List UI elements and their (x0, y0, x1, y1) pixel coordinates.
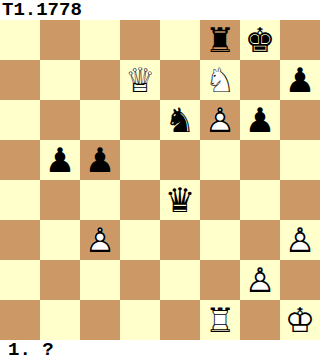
square-b2[interactable] (40, 260, 80, 300)
square-d5[interactable] (120, 140, 160, 180)
piece-black-pawn-c5[interactable]: ♟ (80, 140, 120, 180)
square-f5[interactable] (200, 140, 240, 180)
piece-outline: ♙ (80, 220, 120, 260)
move-prompt: 1. ? (0, 340, 320, 360)
square-b7[interactable] (40, 60, 80, 100)
square-e4[interactable]: ♛ (160, 180, 200, 220)
square-c8[interactable] (80, 20, 120, 60)
square-g6[interactable]: ♟ (240, 100, 280, 140)
square-a1[interactable] (0, 300, 40, 340)
piece-outline: ♙ (280, 220, 320, 260)
square-g3[interactable] (240, 220, 280, 260)
square-c4[interactable] (80, 180, 120, 220)
piece-outline: ♔ (280, 300, 320, 340)
square-b8[interactable] (40, 20, 80, 60)
piece-white-pawn-f6[interactable]: ♟♙ (200, 100, 240, 140)
square-f4[interactable] (200, 180, 240, 220)
square-a7[interactable] (0, 60, 40, 100)
square-e8[interactable] (160, 20, 200, 60)
square-h4[interactable] (280, 180, 320, 220)
square-f3[interactable] (200, 220, 240, 260)
chess-puzzle-page: T1.1778 ♜♚♛♕♞♘♟♞♟♙♟♟♟♛♟♙♟♙♟♙♜♖♚♔ 1. ? (0, 0, 320, 360)
piece-black-rook-f8[interactable]: ♜ (200, 20, 240, 60)
square-h7[interactable]: ♟ (280, 60, 320, 100)
square-d3[interactable] (120, 220, 160, 260)
square-b5[interactable]: ♟ (40, 140, 80, 180)
piece-white-pawn-h3[interactable]: ♟♙ (280, 220, 320, 260)
square-f8[interactable]: ♜ (200, 20, 240, 60)
square-a5[interactable] (0, 140, 40, 180)
square-a3[interactable] (0, 220, 40, 260)
square-d7[interactable]: ♛♕ (120, 60, 160, 100)
square-h1[interactable]: ♚♔ (280, 300, 320, 340)
square-e6[interactable]: ♞ (160, 100, 200, 140)
piece-outline: ♙ (240, 260, 280, 300)
square-c5[interactable]: ♟ (80, 140, 120, 180)
piece-white-pawn-c3[interactable]: ♟♙ (80, 220, 120, 260)
square-d6[interactable] (120, 100, 160, 140)
piece-outline: ♖ (200, 300, 240, 340)
piece-outline: ♙ (200, 100, 240, 140)
square-h5[interactable] (280, 140, 320, 180)
piece-black-pawn-g6[interactable]: ♟ (240, 100, 280, 140)
piece-white-pawn-g2[interactable]: ♟♙ (240, 260, 280, 300)
square-g4[interactable] (240, 180, 280, 220)
piece-black-king-g8[interactable]: ♚ (240, 20, 280, 60)
square-e3[interactable] (160, 220, 200, 260)
square-g1[interactable] (240, 300, 280, 340)
piece-black-knight-e6[interactable]: ♞ (160, 100, 200, 140)
piece-white-queen-d7[interactable]: ♛♕ (120, 60, 160, 100)
square-d4[interactable] (120, 180, 160, 220)
square-b1[interactable] (40, 300, 80, 340)
square-a8[interactable] (0, 20, 40, 60)
chess-board: ♜♚♛♕♞♘♟♞♟♙♟♟♟♛♟♙♟♙♟♙♜♖♚♔ (0, 20, 320, 340)
square-c6[interactable] (80, 100, 120, 140)
square-d8[interactable] (120, 20, 160, 60)
square-b3[interactable] (40, 220, 80, 260)
square-a2[interactable] (0, 260, 40, 300)
square-e7[interactable] (160, 60, 200, 100)
square-f6[interactable]: ♟♙ (200, 100, 240, 140)
piece-black-queen-e4[interactable]: ♛ (160, 180, 200, 220)
square-c7[interactable] (80, 60, 120, 100)
piece-white-knight-f7[interactable]: ♞♘ (200, 60, 240, 100)
square-a4[interactable] (0, 180, 40, 220)
square-h3[interactable]: ♟♙ (280, 220, 320, 260)
piece-black-pawn-b5[interactable]: ♟ (40, 140, 80, 180)
square-g5[interactable] (240, 140, 280, 180)
piece-outline: ♘ (200, 60, 240, 100)
piece-white-king-h1[interactable]: ♚♔ (280, 300, 320, 340)
square-g2[interactable]: ♟♙ (240, 260, 280, 300)
square-b4[interactable] (40, 180, 80, 220)
square-e2[interactable] (160, 260, 200, 300)
puzzle-title: T1.1778 (0, 0, 320, 20)
square-d1[interactable] (120, 300, 160, 340)
square-c2[interactable] (80, 260, 120, 300)
square-f7[interactable]: ♞♘ (200, 60, 240, 100)
square-f1[interactable]: ♜♖ (200, 300, 240, 340)
square-a6[interactable] (0, 100, 40, 140)
square-e1[interactable] (160, 300, 200, 340)
square-g8[interactable]: ♚ (240, 20, 280, 60)
square-e5[interactable] (160, 140, 200, 180)
square-b6[interactable] (40, 100, 80, 140)
square-c3[interactable]: ♟♙ (80, 220, 120, 260)
piece-outline: ♕ (120, 60, 160, 100)
square-h2[interactable] (280, 260, 320, 300)
square-g7[interactable] (240, 60, 280, 100)
square-h6[interactable] (280, 100, 320, 140)
square-d2[interactable] (120, 260, 160, 300)
square-h8[interactable] (280, 20, 320, 60)
square-c1[interactable] (80, 300, 120, 340)
piece-black-pawn-h7[interactable]: ♟ (280, 60, 320, 100)
piece-white-rook-f1[interactable]: ♜♖ (200, 300, 240, 340)
square-f2[interactable] (200, 260, 240, 300)
